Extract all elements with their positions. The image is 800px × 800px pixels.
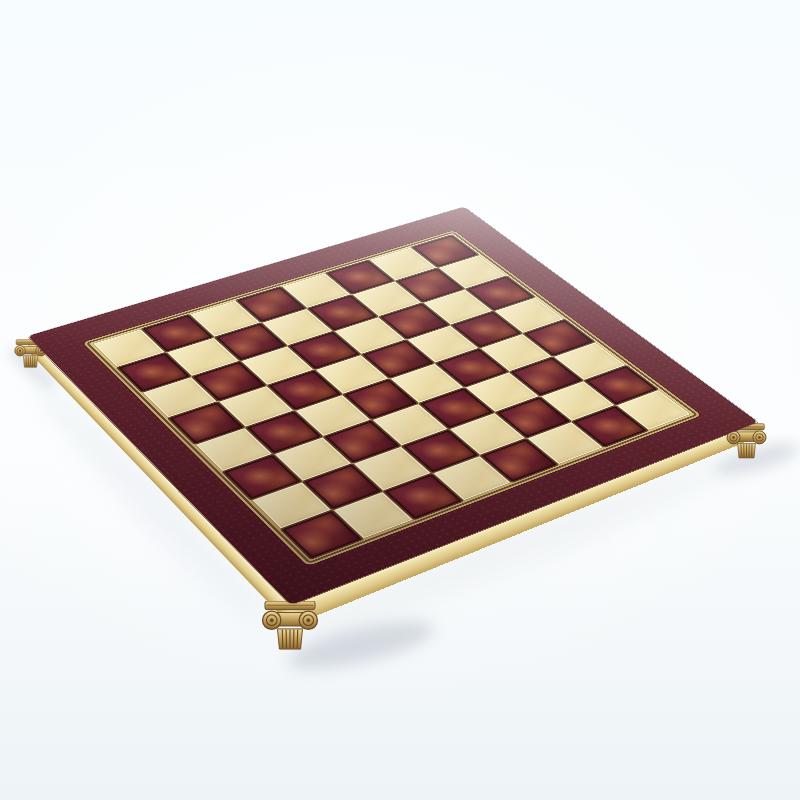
ionic-capital-icon xyxy=(261,601,319,651)
corner-foot-near xyxy=(261,601,319,651)
scene xyxy=(0,0,800,800)
chessboard xyxy=(28,207,758,605)
